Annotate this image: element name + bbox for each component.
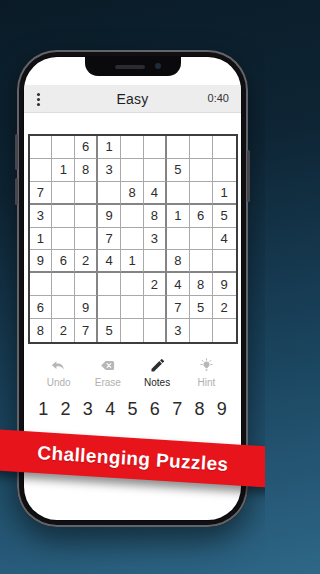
hint-label: Hint	[197, 377, 215, 388]
cell-r1c5[interactable]	[121, 136, 144, 159]
cell-r1c2[interactable]	[52, 136, 75, 159]
cell-r1c6[interactable]	[144, 136, 167, 159]
cell-r5c1[interactable]: 1	[30, 228, 53, 251]
volume-up-button	[15, 134, 18, 170]
cell-r1c9[interactable]	[213, 136, 236, 159]
lightbulb-icon	[198, 357, 215, 374]
numpad-button-6[interactable]: 6	[150, 397, 160, 421]
numpad-button-4[interactable]: 4	[105, 397, 115, 421]
cell-r6c4[interactable]: 4	[98, 250, 121, 273]
cell-r2c6[interactable]	[144, 159, 167, 182]
cell-r1c7[interactable]	[167, 136, 190, 159]
cell-r2c2[interactable]: 1	[52, 159, 75, 182]
cell-r3c9[interactable]: 1	[213, 182, 236, 205]
cell-r5c6[interactable]: 3	[144, 228, 167, 251]
cell-r8c6[interactable]	[144, 296, 167, 319]
numpad-button-5[interactable]: 5	[127, 397, 137, 421]
cell-r7c7[interactable]: 4	[167, 273, 190, 296]
cell-r4c3[interactable]	[75, 205, 98, 228]
cell-r1c3[interactable]: 6	[75, 136, 98, 159]
cell-r5c7[interactable]	[167, 228, 190, 251]
cell-r9c4[interactable]: 5	[98, 319, 121, 342]
cell-r3c5[interactable]: 8	[121, 182, 144, 205]
numpad-button-1[interactable]: 1	[38, 397, 48, 421]
speaker-grille-icon	[115, 65, 145, 69]
erase-button[interactable]: Erase	[86, 357, 130, 388]
hint-button[interactable]: Hint	[184, 357, 228, 388]
numpad-button-7[interactable]: 7	[172, 397, 182, 421]
numpad-button-2[interactable]: 2	[60, 397, 70, 421]
cell-r4c8[interactable]: 6	[190, 205, 213, 228]
cell-r2c9[interactable]	[213, 159, 236, 182]
cell-r7c6[interactable]: 2	[144, 273, 167, 296]
cell-r7c8[interactable]: 8	[190, 273, 213, 296]
cell-r6c5[interactable]: 1	[121, 250, 144, 273]
cell-r7c4[interactable]	[98, 273, 121, 296]
cell-r9c6[interactable]	[144, 319, 167, 342]
cell-r8c3[interactable]: 9	[75, 296, 98, 319]
menu-button[interactable]	[37, 90, 53, 108]
header-grid-gap	[24, 113, 241, 134]
cell-r2c1[interactable]	[30, 159, 53, 182]
cell-r5c5[interactable]	[121, 228, 144, 251]
promo-banner-text: Challenging Puzzles	[37, 442, 229, 476]
cell-r3c6[interactable]: 4	[144, 182, 167, 205]
kebab-menu-icon	[37, 93, 40, 96]
undo-icon	[50, 357, 67, 374]
number-pad: 123456789	[24, 397, 241, 421]
cell-r7c2[interactable]	[52, 273, 75, 296]
cell-r5c3[interactable]	[75, 228, 98, 251]
cell-r6c7[interactable]: 8	[167, 250, 190, 273]
cell-r9c3[interactable]: 7	[75, 319, 98, 342]
cell-r8c1[interactable]: 6	[30, 296, 53, 319]
cell-r4c5[interactable]	[121, 205, 144, 228]
numpad-button-8[interactable]: 8	[194, 397, 204, 421]
cell-r1c4[interactable]: 1	[98, 136, 121, 159]
sudoku-grid: 6118357841398165173496241824896975282753	[28, 134, 238, 344]
cell-r8c9[interactable]: 2	[213, 296, 236, 319]
cell-r6c9[interactable]	[213, 250, 236, 273]
cell-r6c1[interactable]: 9	[30, 250, 53, 273]
notes-button[interactable]: Notes	[135, 357, 179, 388]
cell-r4c6[interactable]: 8	[144, 205, 167, 228]
cell-r9c9[interactable]	[213, 319, 236, 342]
cell-r3c2[interactable]	[52, 182, 75, 205]
cell-r4c7[interactable]: 1	[167, 205, 190, 228]
cell-r4c4[interactable]: 9	[98, 205, 121, 228]
cell-r6c6[interactable]	[144, 250, 167, 273]
cell-r5c9[interactable]: 4	[213, 228, 236, 251]
cell-r2c7[interactable]: 5	[167, 159, 190, 182]
cell-r6c8[interactable]	[190, 250, 213, 273]
cell-r6c3[interactable]: 2	[75, 250, 98, 273]
backspace-icon	[99, 357, 116, 374]
cell-r5c2[interactable]	[52, 228, 75, 251]
cell-r2c3[interactable]: 8	[75, 159, 98, 182]
cell-r8c7[interactable]: 7	[167, 296, 190, 319]
cell-r8c8[interactable]: 5	[190, 296, 213, 319]
front-camera-icon	[155, 63, 161, 69]
cell-r4c9[interactable]: 5	[213, 205, 236, 228]
app-header: Easy 0:40	[24, 85, 241, 113]
cell-r9c8[interactable]	[190, 319, 213, 342]
volume-down-button	[15, 178, 18, 205]
power-button	[247, 150, 250, 202]
cell-r8c4[interactable]	[98, 296, 121, 319]
cell-r3c1[interactable]: 7	[30, 182, 53, 205]
cell-r4c1[interactable]: 3	[30, 205, 53, 228]
cell-r3c3[interactable]	[75, 182, 98, 205]
cell-r7c9[interactable]: 9	[213, 273, 236, 296]
cell-r6c2[interactable]: 6	[52, 250, 75, 273]
toolbar: Undo Erase Notes	[24, 357, 241, 388]
undo-button[interactable]: Undo	[37, 357, 81, 388]
notch	[85, 57, 181, 76]
undo-label: Undo	[47, 377, 71, 388]
cell-r1c1[interactable]	[30, 136, 53, 159]
pencil-icon	[149, 357, 166, 374]
cell-r2c4[interactable]: 3	[98, 159, 121, 182]
numpad-button-9[interactable]: 9	[217, 397, 227, 421]
cell-r5c8[interactable]	[190, 228, 213, 251]
cell-r3c8[interactable]	[190, 182, 213, 205]
cell-r9c5[interactable]	[121, 319, 144, 342]
cell-r9c7[interactable]: 3	[167, 319, 190, 342]
cell-r8c5[interactable]	[121, 296, 144, 319]
cell-r2c8[interactable]	[190, 159, 213, 182]
cell-r5c4[interactable]: 7	[98, 228, 121, 251]
timer: 0:40	[208, 92, 229, 104]
cell-r2c5[interactable]	[121, 159, 144, 182]
cell-r9c2[interactable]: 2	[52, 319, 75, 342]
cell-r8c2[interactable]	[52, 296, 75, 319]
cell-r7c1[interactable]	[30, 273, 53, 296]
cell-r7c3[interactable]	[75, 273, 98, 296]
erase-label: Erase	[95, 377, 121, 388]
numpad-button-3[interactable]: 3	[83, 397, 93, 421]
notes-label: Notes	[144, 377, 170, 388]
cell-r9c1[interactable]: 8	[30, 319, 53, 342]
cell-r3c4[interactable]	[98, 182, 121, 205]
cell-r4c2[interactable]	[52, 205, 75, 228]
cell-r3c7[interactable]	[167, 182, 190, 205]
cell-r1c8[interactable]	[190, 136, 213, 159]
cell-r7c5[interactable]	[121, 273, 144, 296]
